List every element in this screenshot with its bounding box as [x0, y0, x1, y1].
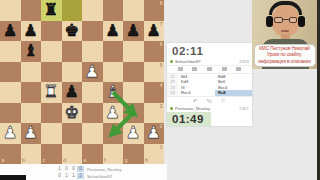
square-e4[interactable]: [82, 82, 103, 103]
rank-label: 3: [160, 104, 163, 109]
white-pawn[interactable]: ♟: [126, 123, 141, 144]
gear-icon[interactable]: [222, 67, 227, 71]
square-g1[interactable]: g: [123, 144, 144, 165]
white-bishop[interactable]: ♝: [105, 82, 120, 103]
square-b8[interactable]: [21, 0, 42, 21]
square-d7[interactable]: ♚: [62, 21, 83, 42]
score-cell: 1: [70, 173, 77, 180]
glasses-icon: [274, 17, 297, 23]
top-player-rating: 2318: [239, 59, 249, 64]
webcam-overlay: КМС Пестунов Николай Уроки по скайпу, ин…: [252, 0, 318, 69]
chart-icon[interactable]: [236, 67, 241, 71]
square-h5[interactable]: 5: [144, 62, 165, 83]
bottom-player-name: Pestunov_Nicolay: [175, 106, 237, 111]
square-e3[interactable]: [82, 103, 103, 124]
score-player-name: Pestunov_Nicolay: [87, 167, 121, 172]
match-score-table: 1000Pestunov_Nicolay0112Schachfan97: [56, 166, 121, 180]
square-h4[interactable]: 4: [144, 82, 165, 103]
square-a2[interactable]: ♟: [0, 123, 21, 144]
square-f8[interactable]: [103, 0, 124, 21]
cycle-icon[interactable]: [178, 67, 183, 71]
square-h1[interactable]: h1: [144, 144, 165, 165]
black-pawn[interactable]: ♟: [126, 21, 141, 42]
square-a8[interactable]: [0, 0, 21, 21]
square-h8[interactable]: 8: [144, 0, 165, 21]
square-b4[interactable]: [21, 82, 42, 103]
square-h6[interactable]: 6: [144, 41, 165, 62]
rank-label: 6: [160, 42, 163, 47]
black-pawn[interactable]: ♟: [105, 21, 120, 42]
offer-draw-button[interactable]: ½: [207, 97, 212, 106]
square-a4[interactable]: [0, 82, 21, 103]
file-label: a: [2, 158, 5, 163]
square-d4[interactable]: ♟: [62, 82, 83, 103]
bottom-clock: 01:49: [167, 112, 252, 126]
square-g5[interactable]: [123, 62, 144, 83]
analysis-toolbar[interactable]: [167, 65, 252, 74]
white-pawn[interactable]: ♟: [105, 103, 120, 124]
rank-label: 8: [160, 1, 163, 6]
square-c7[interactable]: [41, 21, 62, 42]
square-c4[interactable]: ♜: [41, 82, 62, 103]
file-label: d: [63, 158, 66, 163]
black-pawn[interactable]: ♟: [3, 21, 18, 42]
square-c5[interactable]: [41, 62, 62, 83]
square-b2[interactable]: ♟: [21, 123, 42, 144]
square-f4[interactable]: ♝: [103, 82, 124, 103]
square-e5[interactable]: ♟: [82, 62, 103, 83]
square-c3[interactable]: [41, 103, 62, 124]
score-cell: 0: [70, 166, 77, 173]
white-pawn[interactable]: ♟: [23, 123, 38, 144]
file-label: e: [84, 158, 87, 163]
square-e2[interactable]: [82, 123, 103, 144]
square-d1[interactable]: d: [62, 144, 83, 165]
square-f1[interactable]: f: [103, 144, 124, 165]
square-g2[interactable]: ♟: [123, 123, 144, 144]
file-label: h: [145, 158, 148, 163]
score-player-name: Schachfan97: [87, 174, 112, 179]
move-number: 24: [167, 90, 178, 96]
black-pawn[interactable]: ♟: [64, 82, 79, 103]
caption-line-3: информация в описании: [258, 59, 311, 65]
square-h7[interactable]: ♟7: [144, 21, 165, 42]
rank-label: 5: [160, 63, 163, 68]
game-actions[interactable]: ↶½⚐: [167, 97, 252, 106]
square-f2[interactable]: [103, 123, 124, 144]
chess-board[interactable]: ♜8♟♟♚♟♟♟7♝6♟5♜♟♝4♚♟3♟♟♟♟2abcdefgh1: [0, 0, 164, 164]
square-f3[interactable]: ♟: [103, 103, 124, 124]
score-cell: 1: [63, 173, 70, 180]
square-b5[interactable]: [21, 62, 42, 83]
move-row: 24Rxc4Rc8: [167, 90, 252, 96]
file-label: c: [43, 158, 46, 163]
square-d5[interactable]: [62, 62, 83, 83]
move-list[interactable]: 21Bf4Rd822Kd3Be623f3Bxc424Rxc4Rc8: [167, 74, 252, 97]
score-cell: 1: [56, 166, 63, 173]
top-player-name: Schachfan97: [175, 59, 237, 64]
file-label: g: [125, 158, 128, 163]
player-bar-overlay: [0, 175, 26, 180]
square-b3[interactable]: [21, 103, 42, 124]
white-king[interactable]: ♚: [64, 103, 79, 124]
white-move[interactable]: Rxc4: [178, 90, 215, 96]
square-g4[interactable]: [123, 82, 144, 103]
square-c6[interactable]: [41, 41, 62, 62]
white-pawn[interactable]: ♟: [3, 123, 18, 144]
square-d6[interactable]: [62, 41, 83, 62]
square-a6[interactable]: [0, 41, 21, 62]
square-a1[interactable]: a: [0, 144, 21, 165]
black-bishop[interactable]: ♝: [23, 41, 38, 62]
bottom-clock-time: 01:49: [167, 113, 204, 125]
square-g8[interactable]: [123, 0, 144, 21]
board-icon[interactable]: [192, 67, 197, 71]
webcam-caption: КМС Пестунов Николай Уроки по скайпу, ин…: [254, 44, 316, 67]
square-b7[interactable]: ♟: [21, 21, 42, 42]
top-clock-time: 02:11: [167, 45, 203, 57]
game-panel: 02:11 Schachfan97 2318 21Bf4Rd822Kd3Be62…: [167, 43, 252, 126]
square-g7[interactable]: ♟: [123, 21, 144, 42]
square-d3[interactable]: ♚: [62, 103, 83, 124]
black-move[interactable]: Rc8: [215, 90, 252, 96]
square-f5[interactable]: [103, 62, 124, 83]
top-clock: 02:11: [167, 43, 252, 58]
streamer-mouth: [281, 30, 289, 32]
rank-label: 4: [160, 83, 163, 88]
square-e7[interactable]: [82, 21, 103, 42]
square-a3[interactable]: [0, 103, 21, 124]
online-dot-icon: [170, 107, 173, 110]
file-label: f: [104, 158, 106, 163]
square-e1[interactable]: e: [82, 144, 103, 165]
square-f6[interactable]: [103, 41, 124, 62]
square-h3[interactable]: 3: [144, 103, 165, 124]
rank-label: 2: [160, 124, 163, 129]
square-a5[interactable]: [0, 62, 21, 83]
black-rook[interactable]: ♜: [44, 0, 59, 21]
takeback-button[interactable]: ↶: [193, 97, 198, 106]
square-c2[interactable]: [41, 123, 62, 144]
square-c8[interactable]: ♜: [41, 0, 62, 21]
score-cell: 0: [77, 166, 84, 173]
top-player-row[interactable]: Schachfan97 2318: [167, 58, 252, 65]
square-g3[interactable]: [123, 103, 144, 124]
square-g6[interactable]: [123, 41, 144, 62]
rank-label: 7: [160, 22, 163, 27]
square-b6[interactable]: ♝: [21, 41, 42, 62]
score-cell: 0: [56, 173, 63, 180]
square-e6[interactable]: [82, 41, 103, 62]
menu-icon[interactable]: [207, 67, 212, 71]
white-rook[interactable]: ♜: [44, 82, 59, 103]
file-label: b: [22, 158, 25, 163]
headphone-earcup-right: [298, 16, 305, 27]
square-h2[interactable]: ♟2: [144, 123, 165, 144]
stream-frame: ♜8♟♟♚♟♟♟7♝6♟5♜♟♝4♚♟3♟♟♟♟2abcdefgh1 02:11…: [0, 0, 320, 180]
black-pawn[interactable]: ♟: [23, 21, 38, 42]
square-b1[interactable]: b: [21, 144, 42, 165]
black-king[interactable]: ♚: [64, 21, 79, 42]
score-row: 1000Pestunov_Nicolay: [56, 166, 121, 173]
square-c1[interactable]: c: [41, 144, 62, 165]
square-e8[interactable]: [82, 0, 103, 21]
square-a7[interactable]: ♟: [0, 21, 21, 42]
score-cell: 0: [63, 166, 70, 173]
headphone-earcup-left: [266, 16, 273, 27]
score-row: 0112Schachfan97: [56, 173, 121, 180]
bottom-player-rating: 2301: [239, 106, 249, 111]
square-d2[interactable]: [62, 123, 83, 144]
online-dot-icon: [170, 60, 173, 63]
square-f7[interactable]: ♟: [103, 21, 124, 42]
active-clock-box: 01:49: [167, 112, 211, 126]
score-cell: 2: [77, 173, 84, 180]
white-pawn[interactable]: ♟: [85, 62, 100, 83]
square-d8[interactable]: [62, 0, 83, 21]
resign-button[interactable]: ⚐: [221, 97, 226, 106]
rank-label: 1: [160, 145, 163, 150]
